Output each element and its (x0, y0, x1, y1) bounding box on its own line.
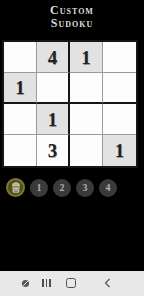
sudoku-board: 411131 (2, 40, 138, 168)
recent-apps-icon[interactable] (42, 279, 51, 287)
home-icon[interactable] (66, 278, 76, 288)
trash-icon (11, 182, 21, 193)
cell-r1c4[interactable] (103, 42, 136, 73)
cell-r1c2[interactable]: 4 (37, 42, 70, 73)
cell-r4c1[interactable] (4, 135, 37, 166)
cell-r3c2[interactable]: 1 (37, 104, 70, 135)
cell-r2c4[interactable] (103, 73, 136, 104)
cell-r2c2[interactable] (37, 73, 70, 104)
cell-r1c3[interactable]: 1 (70, 42, 103, 73)
cell-r1c1[interactable] (4, 42, 37, 73)
cell-r4c4[interactable]: 1 (103, 135, 136, 166)
cell-r3c4[interactable] (103, 104, 136, 135)
numpad-2[interactable]: 2 (53, 179, 71, 197)
cell-r3c3[interactable] (70, 104, 103, 135)
delete-button[interactable] (6, 178, 25, 197)
numpad-1[interactable]: 1 (30, 179, 48, 197)
numpad-3[interactable]: 3 (76, 179, 94, 197)
numpad-4[interactable]: 4 (99, 179, 117, 197)
cell-r2c3[interactable] (70, 73, 103, 104)
cell-r4c3[interactable] (70, 135, 103, 166)
cell-r3c1[interactable] (4, 104, 37, 135)
blocked-circle-icon[interactable] (21, 279, 30, 288)
back-icon[interactable] (104, 278, 111, 288)
android-navbar (0, 271, 144, 296)
input-toolbar: 1234 (6, 178, 117, 197)
cell-r4c2[interactable]: 3 (37, 135, 70, 166)
app-title-line2: Sudoku (0, 17, 144, 30)
cell-r2c1[interactable]: 1 (4, 73, 37, 104)
app-title: Custom Sudoku (0, 4, 144, 30)
